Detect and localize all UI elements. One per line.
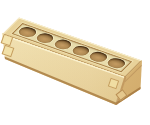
- scene: [0, 0, 150, 125]
- pit-cell-pit-6[interactable]: [105, 56, 128, 70]
- pit-hole: [105, 56, 128, 70]
